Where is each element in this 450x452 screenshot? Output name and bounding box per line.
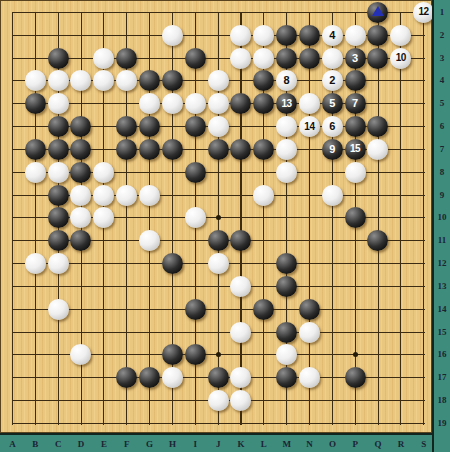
stone-C8 [48, 162, 69, 183]
stone-B5 [25, 93, 46, 114]
stone-P7: 15 [345, 139, 366, 160]
stone-E9 [93, 185, 114, 206]
stone-G7 [139, 139, 160, 160]
stone-H4 [162, 70, 183, 91]
stone-O6: 6 [322, 116, 343, 137]
col-label-K: K [235, 438, 248, 451]
stone-R2 [390, 25, 411, 46]
stone-M2 [276, 25, 297, 46]
col-label-N: N [303, 438, 316, 451]
stone-K15 [230, 322, 251, 343]
stone-M4: 8 [276, 70, 297, 91]
stone-K7 [230, 139, 251, 160]
stone-H5 [162, 93, 183, 114]
stone-F17 [116, 367, 137, 388]
stone-C12 [48, 253, 69, 274]
stone-S1: 12 [413, 2, 432, 23]
stone-D10 [70, 207, 91, 228]
row-label-8: 8 [434, 167, 450, 178]
row-label-5: 5 [434, 98, 450, 109]
stone-I3 [185, 48, 206, 69]
stone-N14 [299, 299, 320, 320]
stone-O2: 4 [322, 25, 343, 46]
stone-M3 [276, 48, 297, 69]
stone-O4: 2 [322, 70, 343, 91]
move-number-label: 15 [350, 144, 360, 154]
stone-N17 [299, 367, 320, 388]
stone-O3 [322, 48, 343, 69]
stone-Q11 [367, 230, 388, 251]
row-label-6: 6 [434, 121, 450, 132]
stone-D4 [70, 70, 91, 91]
stone-M15 [276, 322, 297, 343]
go-kifu-viewer: 124310821357146915 123456789101112131415… [0, 0, 450, 452]
stone-L2 [253, 25, 274, 46]
row-label-2: 2 [434, 30, 450, 41]
move-number-label: 3 [352, 53, 358, 64]
row-label-18: 18 [434, 395, 450, 406]
stone-E3 [93, 48, 114, 69]
row-coordinates-strip: 12345678910111213141516171819 [432, 0, 450, 452]
stone-L5 [253, 93, 274, 114]
stone-I10 [185, 207, 206, 228]
stone-C11 [48, 230, 69, 251]
row-label-4: 4 [434, 75, 450, 86]
stone-Q2 [367, 25, 388, 46]
row-label-3: 3 [434, 53, 450, 64]
stone-B8 [25, 162, 46, 183]
col-label-D: D [75, 438, 88, 451]
stone-B4 [25, 70, 46, 91]
column-coordinates-strip: ABCDEFGHIJKLMNOPQRS [0, 433, 432, 452]
move-number-label: 5 [329, 98, 335, 109]
move-number-label: 13 [281, 99, 291, 109]
col-label-C: C [52, 438, 65, 451]
stone-J5 [208, 93, 229, 114]
stone-O5: 5 [322, 93, 343, 114]
stone-F9 [116, 185, 137, 206]
move-number-label: 12 [419, 7, 429, 17]
stone-M12 [276, 253, 297, 274]
row-label-7: 7 [434, 144, 450, 155]
stone-P8 [345, 162, 366, 183]
stone-G11 [139, 230, 160, 251]
stone-I6 [185, 116, 206, 137]
stone-J12 [208, 253, 229, 274]
col-label-O: O [326, 438, 339, 451]
stone-K18 [230, 390, 251, 411]
stone-N15 [299, 322, 320, 343]
move-number-label: 4 [329, 30, 335, 41]
row-label-14: 14 [434, 304, 450, 315]
stone-I14 [185, 299, 206, 320]
row-label-15: 15 [434, 327, 450, 338]
stone-J18 [208, 390, 229, 411]
move-number-label: 7 [352, 98, 358, 109]
stone-E4 [93, 70, 114, 91]
move-number-label: 8 [283, 75, 289, 86]
stone-N5 [299, 93, 320, 114]
stone-F7 [116, 139, 137, 160]
stone-D6 [70, 116, 91, 137]
stone-C14 [48, 299, 69, 320]
stone-D9 [70, 185, 91, 206]
stone-Q3 [367, 48, 388, 69]
stone-K5 [230, 93, 251, 114]
stone-Q6 [367, 116, 388, 137]
stone-I8 [185, 162, 206, 183]
col-label-L: L [257, 438, 270, 451]
col-label-H: H [166, 438, 179, 451]
row-label-16: 16 [434, 349, 450, 360]
stone-E10 [93, 207, 114, 228]
stone-C10 [48, 207, 69, 228]
stone-M16 [276, 344, 297, 365]
stone-C4 [48, 70, 69, 91]
row-label-9: 9 [434, 190, 450, 201]
stone-J17 [208, 367, 229, 388]
col-label-M: M [280, 438, 293, 451]
stone-J11 [208, 230, 229, 251]
stone-B7 [25, 139, 46, 160]
move-number-label: 14 [304, 122, 314, 132]
stone-K3 [230, 48, 251, 69]
stone-C7 [48, 139, 69, 160]
stone-H2 [162, 25, 183, 46]
stone-P2 [345, 25, 366, 46]
stone-L3 [253, 48, 274, 69]
stone-F3 [116, 48, 137, 69]
row-label-10: 10 [434, 212, 450, 223]
stone-R3: 10 [390, 48, 411, 69]
stone-M8 [276, 162, 297, 183]
stone-L7 [253, 139, 274, 160]
row-label-1: 1 [434, 7, 450, 18]
stone-O7: 9 [322, 139, 343, 160]
stone-F6 [116, 116, 137, 137]
stone-N6: 14 [299, 116, 320, 137]
stone-D16 [70, 344, 91, 365]
stone-E8 [93, 162, 114, 183]
stone-H12 [162, 253, 183, 274]
stone-O9 [322, 185, 343, 206]
stone-J7 [208, 139, 229, 160]
stone-D8 [70, 162, 91, 183]
stone-G6 [139, 116, 160, 137]
stone-Q1 [367, 2, 388, 23]
stone-K17 [230, 367, 251, 388]
stones-layer: 124310821357146915 [1, 1, 432, 433]
stone-J4 [208, 70, 229, 91]
stone-C5 [48, 93, 69, 114]
col-label-E: E [97, 438, 110, 451]
stone-C6 [48, 116, 69, 137]
stone-I5 [185, 93, 206, 114]
stone-D11 [70, 230, 91, 251]
stone-H7 [162, 139, 183, 160]
stone-K11 [230, 230, 251, 251]
col-label-F: F [120, 438, 133, 451]
row-label-11: 11 [434, 235, 450, 246]
row-label-13: 13 [434, 281, 450, 292]
stone-Q7 [367, 139, 388, 160]
stone-P10 [345, 207, 366, 228]
col-label-A: A [6, 438, 19, 451]
row-label-19: 19 [434, 418, 450, 429]
stone-G5 [139, 93, 160, 114]
stone-K13 [230, 276, 251, 297]
row-label-12: 12 [434, 258, 450, 269]
stone-P6 [345, 116, 366, 137]
stone-L9 [253, 185, 274, 206]
stone-M7 [276, 139, 297, 160]
col-label-P: P [349, 438, 362, 451]
stone-G17 [139, 367, 160, 388]
col-label-G: G [143, 438, 156, 451]
stone-G4 [139, 70, 160, 91]
stone-P5: 7 [345, 93, 366, 114]
stone-L14 [253, 299, 274, 320]
stone-L4 [253, 70, 274, 91]
col-label-I: I [189, 438, 202, 451]
stone-N3 [299, 48, 320, 69]
stone-D7 [70, 139, 91, 160]
stone-M17 [276, 367, 297, 388]
stone-M5: 13 [276, 93, 297, 114]
col-label-Q: Q [372, 438, 385, 451]
go-board[interactable]: 124310821357146915 [0, 0, 432, 433]
stone-F4 [116, 70, 137, 91]
stone-H16 [162, 344, 183, 365]
col-label-S: S [417, 438, 430, 451]
stone-B12 [25, 253, 46, 274]
triangle-mark [372, 6, 384, 16]
stone-G9 [139, 185, 160, 206]
stone-K2 [230, 25, 251, 46]
stone-P3: 3 [345, 48, 366, 69]
stone-P17 [345, 367, 366, 388]
stone-P4 [345, 70, 366, 91]
stone-J6 [208, 116, 229, 137]
stone-M13 [276, 276, 297, 297]
row-label-17: 17 [434, 372, 450, 383]
stone-C9 [48, 185, 69, 206]
stone-M6 [276, 116, 297, 137]
move-number-label: 9 [329, 144, 335, 155]
stone-N2 [299, 25, 320, 46]
move-number-label: 6 [329, 121, 335, 132]
col-label-J: J [212, 438, 225, 451]
stone-H17 [162, 367, 183, 388]
col-label-R: R [394, 438, 407, 451]
stone-I16 [185, 344, 206, 365]
move-number-label: 2 [329, 75, 335, 86]
stone-C3 [48, 48, 69, 69]
col-label-B: B [29, 438, 42, 451]
move-number-label: 10 [396, 53, 406, 63]
